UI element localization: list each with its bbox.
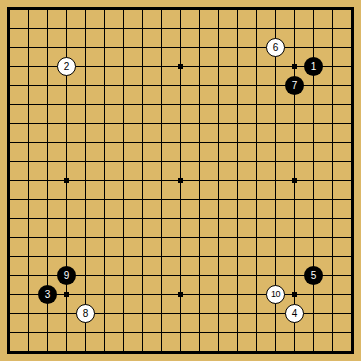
star-point <box>178 292 183 297</box>
stone-black-R5[interactable]: 5 <box>304 266 323 285</box>
stone-white-Q3[interactable]: 4 <box>285 304 304 323</box>
move-number: 6 <box>273 43 279 53</box>
star-point <box>292 292 297 297</box>
move-number: 9 <box>64 271 70 281</box>
star-point <box>64 178 69 183</box>
stone-white-P4[interactable]: 10 <box>266 285 285 304</box>
grid-vline <box>351 9 352 352</box>
grid-hline <box>9 256 352 257</box>
grid-vline <box>199 9 200 352</box>
move-number: 7 <box>292 81 298 91</box>
move-number: 3 <box>45 290 51 300</box>
grid-vline <box>237 9 238 352</box>
move-number: 2 <box>64 62 70 72</box>
stone-black-D5[interactable]: 9 <box>57 266 76 285</box>
move-number: 1 <box>311 62 317 72</box>
go-board[interactable]: 12345678910 <box>0 0 361 361</box>
star-point <box>292 64 297 69</box>
stone-white-P17[interactable]: 6 <box>266 38 285 57</box>
grid-hline <box>9 332 352 333</box>
grid-vline <box>332 9 333 352</box>
move-number: 4 <box>292 309 298 319</box>
star-point <box>178 178 183 183</box>
stone-white-E3[interactable]: 8 <box>76 304 95 323</box>
stone-black-C4[interactable]: 3 <box>38 285 57 304</box>
star-point <box>178 64 183 69</box>
move-number: 5 <box>311 271 317 281</box>
star-point <box>64 292 69 297</box>
star-point <box>292 178 297 183</box>
grid-vline <box>256 9 257 352</box>
stone-white-D16[interactable]: 2 <box>57 57 76 76</box>
move-number: 8 <box>83 309 89 319</box>
stone-black-Q15[interactable]: 7 <box>285 76 304 95</box>
grid-hline <box>9 237 352 238</box>
grid-hline <box>9 351 352 352</box>
grid-hline <box>9 199 352 200</box>
grid-vline <box>218 9 219 352</box>
stone-black-R16[interactable]: 1 <box>304 57 323 76</box>
move-number: 10 <box>271 290 280 299</box>
grid-hline <box>9 218 352 219</box>
